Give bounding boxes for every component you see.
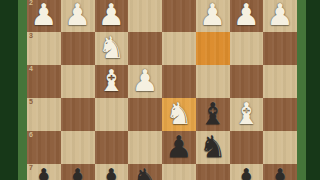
square-d7[interactable] [162,164,196,180]
square-f3[interactable]: ♞ [95,32,129,65]
square-c4[interactable] [196,65,230,98]
white-bishop[interactable]: ♝ [98,64,125,97]
square-b4[interactable] [230,65,264,98]
black-pawn[interactable]: ♟ [165,130,192,163]
black-knight[interactable]: ♞ [199,130,226,163]
white-knight[interactable]: ♞ [165,97,192,130]
black-pawn[interactable]: ♟ [267,163,294,180]
square-h5[interactable]: 5 [27,98,61,131]
square-c6[interactable]: ♞ [196,131,230,164]
white-pawn[interactable]: ♟ [267,0,294,31]
square-b5[interactable]: ♝ [230,98,264,131]
rank-label-6: 6 [29,131,33,139]
square-b6[interactable] [230,131,264,164]
square-h4[interactable]: 4 [27,65,61,98]
square-f2[interactable]: ♟ [95,0,129,32]
square-a7[interactable]: ♟ [263,164,297,180]
square-a5[interactable] [263,98,297,131]
square-g3[interactable] [61,32,95,65]
black-knight[interactable]: ♞ [132,163,159,180]
square-h3[interactable]: 3 [27,32,61,65]
white-pawn[interactable]: ♟ [233,0,260,31]
square-h2[interactable]: 2♟ [27,0,61,32]
rank-label-3: 3 [29,32,33,40]
black-pawn[interactable]: ♟ [30,163,57,180]
black-bishop[interactable]: ♝ [199,97,226,130]
square-h7[interactable]: 7♟ [27,164,61,180]
square-b7[interactable]: ♟ [230,164,264,180]
rank-label-4: 4 [29,65,33,73]
square-c2[interactable]: ♟ [196,0,230,32]
white-pawn[interactable]: ♟ [98,0,125,31]
black-pawn[interactable]: ♟ [64,163,91,180]
rank-label-5: 5 [29,98,33,106]
square-c3[interactable] [196,32,230,65]
square-a2[interactable]: ♟ [263,0,297,32]
video-frame-background: 1♜♚♛♜2♟♟♟♟♟♟3♞4♝♟5♞♝♝6♟♞7♟♟♟♞♟♟8♜♚♛♝♜ [0,0,320,180]
square-b3[interactable] [230,32,264,65]
square-g2[interactable]: ♟ [61,0,95,32]
square-e2[interactable] [128,0,162,32]
white-pawn[interactable]: ♟ [132,64,159,97]
square-a4[interactable] [263,65,297,98]
square-e6[interactable] [128,131,162,164]
square-c7[interactable] [196,164,230,180]
square-g4[interactable] [61,65,95,98]
square-e3[interactable] [128,32,162,65]
square-d6[interactable]: ♟ [162,131,196,164]
white-pawn[interactable]: ♟ [64,0,91,31]
white-bishop[interactable]: ♝ [233,97,260,130]
square-a3[interactable] [263,32,297,65]
square-g7[interactable]: ♟ [61,164,95,180]
square-f4[interactable]: ♝ [95,65,129,98]
square-c5[interactable]: ♝ [196,98,230,131]
square-e4[interactable]: ♟ [128,65,162,98]
square-d5[interactable]: ♞ [162,98,196,131]
chess-board[interactable]: 1♜♚♛♜2♟♟♟♟♟♟3♞4♝♟5♞♝♝6♟♞7♟♟♟♞♟♟8♜♚♛♝♜ [27,0,297,180]
white-pawn[interactable]: ♟ [199,0,226,31]
square-g6[interactable] [61,131,95,164]
square-a6[interactable] [263,131,297,164]
square-b2[interactable]: ♟ [230,0,264,32]
square-e5[interactable] [128,98,162,131]
square-f7[interactable]: ♟ [95,164,129,180]
square-d4[interactable] [162,65,196,98]
black-pawn[interactable]: ♟ [233,163,260,180]
square-d3[interactable] [162,32,196,65]
white-pawn[interactable]: ♟ [30,0,57,31]
square-d2[interactable] [162,0,196,32]
black-pawn[interactable]: ♟ [98,163,125,180]
square-g5[interactable] [61,98,95,131]
square-f5[interactable] [95,98,129,131]
white-knight[interactable]: ♞ [98,31,125,64]
square-e7[interactable]: ♞ [128,164,162,180]
square-h6[interactable]: 6 [27,131,61,164]
square-f6[interactable] [95,131,129,164]
